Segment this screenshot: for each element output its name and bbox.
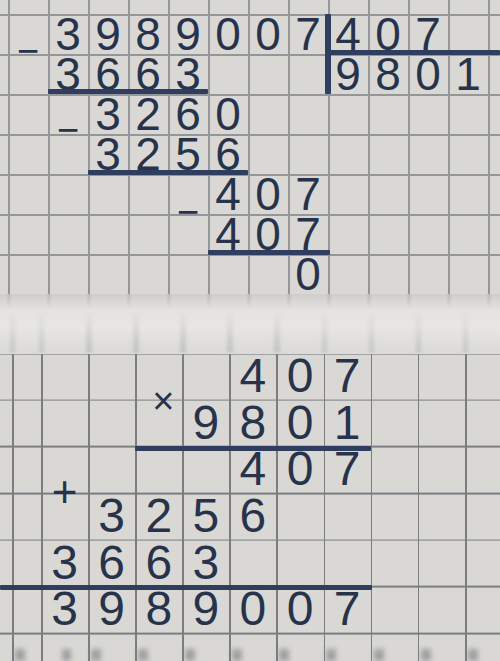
step2-subtract-line <box>88 170 248 175</box>
partial-product-2-digit: 6 <box>229 493 276 540</box>
worksheet-photo: 398900740736639801326032564074070−−− 407… <box>0 0 500 661</box>
sum-line <box>0 585 372 590</box>
minus-sign-step2: − <box>48 110 88 150</box>
quotient-digit: 1 <box>448 54 488 94</box>
step3-subtract-line <box>208 250 330 255</box>
minus-sign-step3: − <box>168 192 208 232</box>
dividend-digit: 0 <box>248 14 288 54</box>
multiplicand-digit: 0 <box>277 353 324 400</box>
dividend-digit: 0 <box>208 14 248 54</box>
product-result-digit: 0 <box>229 586 276 633</box>
multiply-line <box>135 446 371 451</box>
partial-product-2-digit: 2 <box>135 493 182 540</box>
quotient-digit: 9 <box>328 54 368 94</box>
partial-product-3-digit: 6 <box>135 539 182 586</box>
minus-sign-step1: − <box>8 31 48 71</box>
partial-product-3-digit: 3 <box>41 539 88 586</box>
faded-grid-stubs-top <box>0 293 500 309</box>
multiplier-digit: 1 <box>324 399 371 446</box>
partial-product-1-digit: 0 <box>277 446 324 493</box>
partial-product-2-digit: 3 <box>88 493 135 540</box>
partial-product-2-digit: 5 <box>182 493 229 540</box>
partial-product-1-digit: 7 <box>324 446 371 493</box>
step2-subtrahend-digit: 3 <box>88 134 128 174</box>
step2-subtrahend-digit: 5 <box>168 134 208 174</box>
quotient-digit: 8 <box>368 54 408 94</box>
multiplier-digit: 9 <box>182 399 229 446</box>
cropped-row-smudges <box>0 649 500 661</box>
step2-subtrahend-digit: 2 <box>128 134 168 174</box>
multiplicand-digit: 4 <box>229 353 276 400</box>
multiplier-digit: 8 <box>229 399 276 446</box>
step3-subtrahend-digit: 0 <box>248 214 288 254</box>
times-sign: × <box>140 377 187 424</box>
multiplier-digit: 0 <box>277 399 324 446</box>
step3-subtrahend-digit: 4 <box>208 214 248 254</box>
product-result-digit: 3 <box>41 586 88 633</box>
remainder-digit: 0 <box>288 254 328 294</box>
faded-grid-stubs-bottom <box>0 311 500 353</box>
partial-product-3-digit: 6 <box>88 539 135 586</box>
partial-product-1-digit: 4 <box>229 446 276 493</box>
multiplicand-digit: 7 <box>324 353 371 400</box>
quotient-digit: 0 <box>408 54 448 94</box>
product-result-digit: 7 <box>324 586 371 633</box>
step1-subtract-line <box>48 89 208 94</box>
plus-sign: + <box>41 468 88 515</box>
product-result-digit: 9 <box>88 586 135 633</box>
partial-product-3-digit: 3 <box>182 539 229 586</box>
dividend-digit: 7 <box>288 14 328 54</box>
product-result-digit: 9 <box>182 586 229 633</box>
product-result-digit: 8 <box>135 586 182 633</box>
product-result-digit: 0 <box>277 586 324 633</box>
divisor-underline <box>330 50 500 55</box>
